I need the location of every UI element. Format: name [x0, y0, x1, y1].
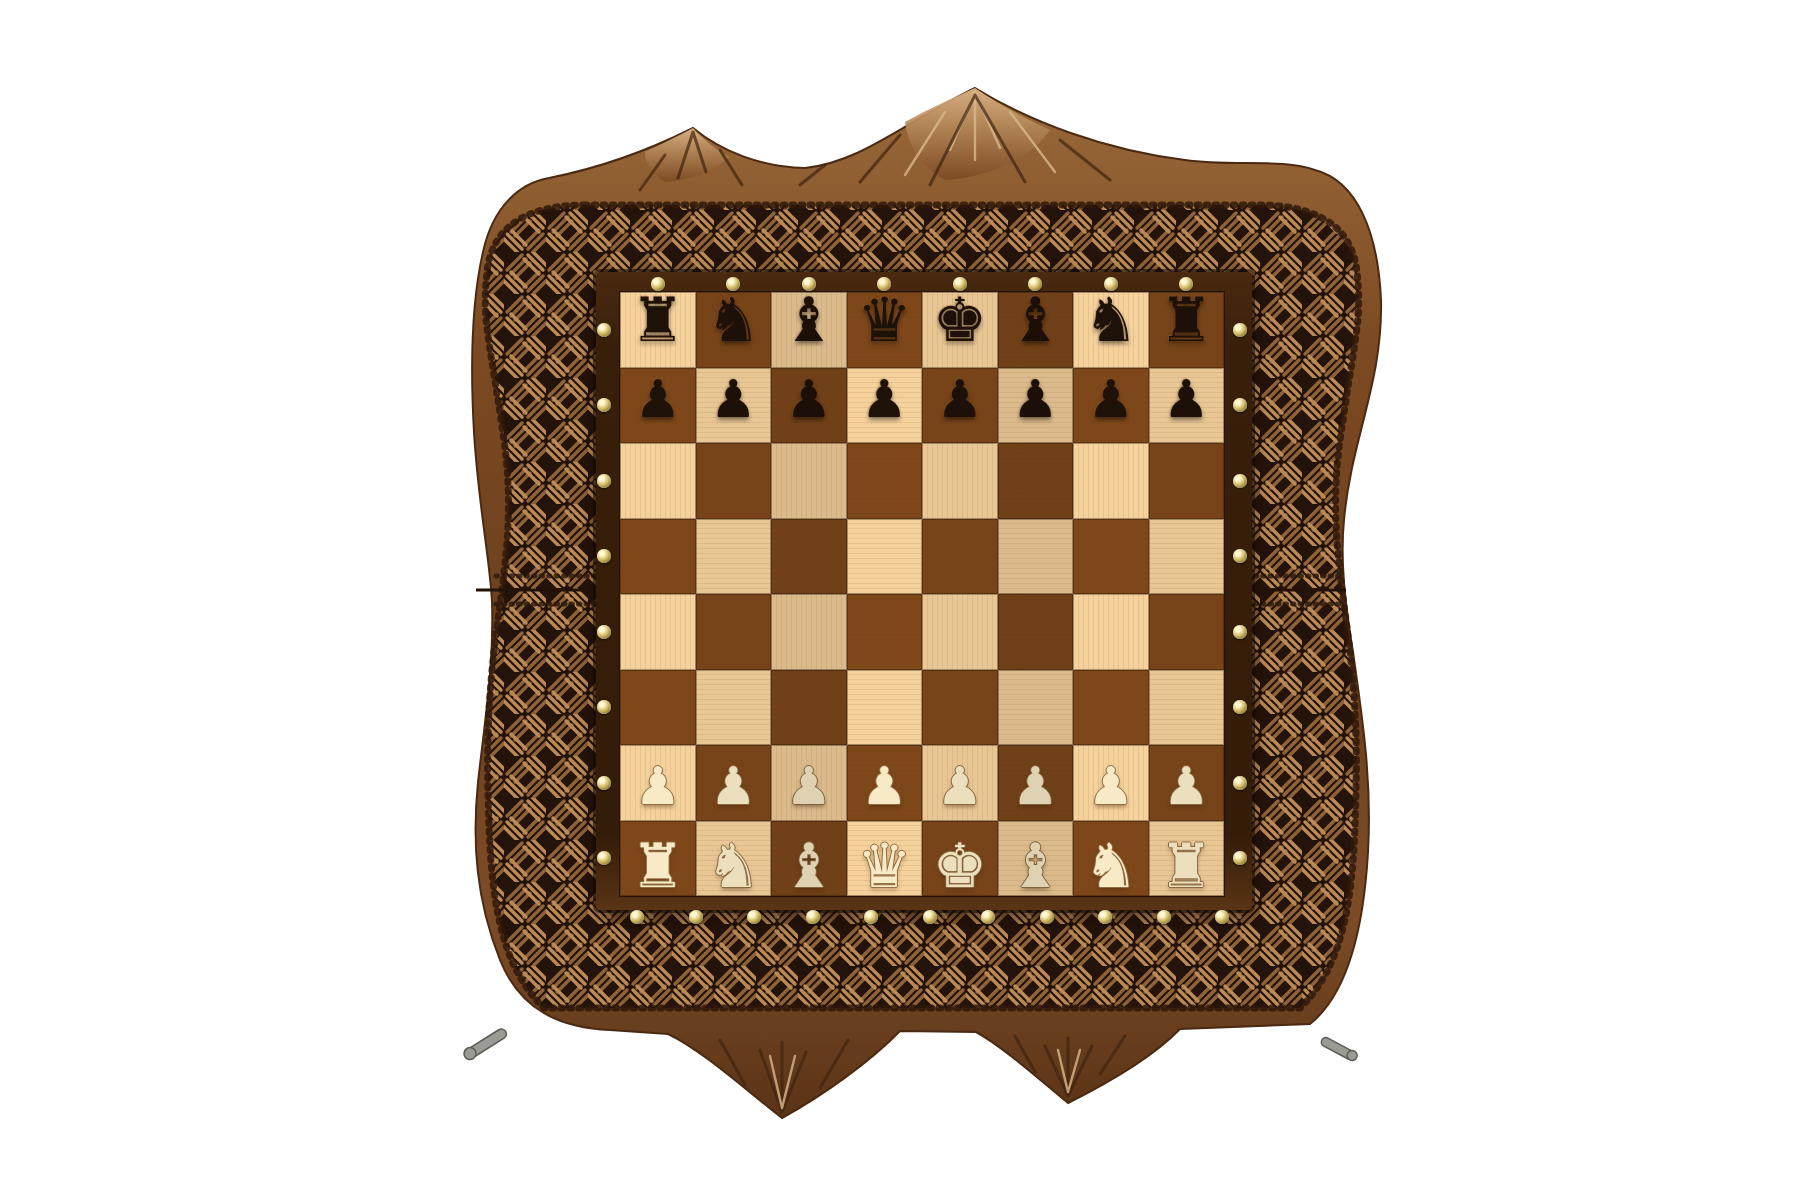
square-g7[interactable]: ♟	[1073, 368, 1149, 444]
brass-stud-icon	[1215, 910, 1229, 924]
square-e6[interactable]	[922, 443, 998, 519]
square-e2[interactable]: ♟	[922, 745, 998, 821]
square-g5[interactable]	[1073, 519, 1149, 595]
square-c6[interactable]	[771, 443, 847, 519]
brass-stud-icon	[806, 910, 820, 924]
square-e4[interactable]	[922, 594, 998, 670]
square-c3[interactable]	[771, 670, 847, 746]
piece-black-pawn[interactable]: ♟	[710, 373, 757, 425]
brass-stud-icon	[597, 398, 611, 412]
square-h2[interactable]: ♟	[1149, 745, 1225, 821]
square-h5[interactable]	[1149, 519, 1225, 595]
piece-white-king[interactable]: ♚	[932, 835, 987, 896]
brass-stud-icon	[981, 910, 995, 924]
brass-stud-icon	[1233, 851, 1247, 865]
square-g1[interactable]: ♞	[1073, 821, 1149, 897]
brass-stud-icon	[597, 474, 611, 488]
piece-white-pawn[interactable]: ♟	[710, 760, 757, 812]
chessboard[interactable]: ♜♞♝♛♚♝♞♜♟♟♟♟♟♟♟♟♟♟♟♟♟♟♟♟♜♞♝♛♚♝♞♜	[620, 292, 1224, 896]
square-c7[interactable]: ♟	[771, 368, 847, 444]
square-c5[interactable]	[771, 519, 847, 595]
brass-stud-icon	[1028, 277, 1042, 291]
square-b2[interactable]: ♟	[696, 745, 772, 821]
brass-stud-icon	[1179, 277, 1193, 291]
brass-stud-icon	[597, 549, 611, 563]
brass-stud-icon	[1233, 398, 1247, 412]
brass-stud-icon	[1233, 700, 1247, 714]
piece-white-queen[interactable]: ♛	[857, 835, 912, 896]
square-h1[interactable]: ♜	[1149, 821, 1225, 897]
piece-black-bishop[interactable]: ♝	[1008, 289, 1063, 350]
piece-white-rook[interactable]: ♜	[1159, 835, 1214, 896]
square-f8[interactable]: ♝	[998, 292, 1074, 368]
square-a5[interactable]	[620, 519, 696, 595]
brass-stud-icon	[1233, 323, 1247, 337]
square-c1[interactable]: ♝	[771, 821, 847, 897]
brass-stud-icon	[1098, 910, 1112, 924]
piece-black-knight[interactable]: ♞	[706, 289, 761, 350]
piece-white-pawn[interactable]: ♟	[634, 760, 681, 812]
square-d2[interactable]: ♟	[847, 745, 923, 821]
brass-stud-icon	[802, 277, 816, 291]
square-e3[interactable]	[922, 670, 998, 746]
piece-white-pawn[interactable]: ♟	[936, 760, 983, 812]
brass-stud-icon	[1233, 474, 1247, 488]
product-photo: ♜♞♝♛♚♝♞♜♟♟♟♟♟♟♟♟♟♟♟♟♟♟♟♟♜♞♝♛♚♝♞♜	[0, 0, 1800, 1200]
piece-white-bishop[interactable]: ♝	[1008, 835, 1063, 896]
square-h7[interactable]: ♟	[1149, 368, 1225, 444]
brass-stud-icon	[877, 277, 891, 291]
piece-black-king[interactable]: ♚	[932, 289, 987, 350]
square-e8[interactable]: ♚	[922, 292, 998, 368]
brass-stud-icon	[597, 851, 611, 865]
square-f2[interactable]: ♟	[998, 745, 1074, 821]
square-b8[interactable]: ♞	[696, 292, 772, 368]
square-a1[interactable]: ♜	[620, 821, 696, 897]
square-g8[interactable]: ♞	[1073, 292, 1149, 368]
brass-stud-icon	[1233, 549, 1247, 563]
brass-stud-icon	[726, 277, 740, 291]
brass-stud-icon	[651, 277, 665, 291]
square-c2[interactable]: ♟	[771, 745, 847, 821]
square-b1[interactable]: ♞	[696, 821, 772, 897]
square-f4[interactable]	[998, 594, 1074, 670]
square-c4[interactable]	[771, 594, 847, 670]
piece-black-queen[interactable]: ♛	[857, 289, 912, 350]
piece-white-pawn[interactable]: ♟	[1163, 760, 1210, 812]
square-h6[interactable]	[1149, 443, 1225, 519]
metal-clasp-left[interactable]	[462, 1026, 509, 1062]
square-e5[interactable]	[922, 519, 998, 595]
brass-stud-icon	[953, 277, 967, 291]
piece-black-pawn[interactable]: ♟	[785, 373, 832, 425]
brass-stud-icon	[1233, 625, 1247, 639]
square-b3[interactable]	[696, 670, 772, 746]
piece-black-pawn[interactable]: ♟	[634, 373, 681, 425]
square-g4[interactable]	[1073, 594, 1149, 670]
piece-black-pawn[interactable]: ♟	[1163, 373, 1210, 425]
piece-white-pawn[interactable]: ♟	[1012, 760, 1059, 812]
square-b5[interactable]	[696, 519, 772, 595]
piece-black-pawn[interactable]: ♟	[1087, 373, 1134, 425]
square-f6[interactable]	[998, 443, 1074, 519]
brass-stud-icon	[597, 323, 611, 337]
piece-white-pawn[interactable]: ♟	[785, 760, 832, 812]
brass-stud-icon	[923, 910, 937, 924]
square-a6[interactable]	[620, 443, 696, 519]
piece-white-knight[interactable]: ♞	[1083, 835, 1138, 896]
square-h3[interactable]	[1149, 670, 1225, 746]
square-g3[interactable]	[1073, 670, 1149, 746]
square-d3[interactable]	[847, 670, 923, 746]
piece-black-pawn[interactable]: ♟	[1012, 373, 1059, 425]
piece-white-rook[interactable]: ♜	[630, 835, 685, 896]
brass-stud-icon	[1233, 776, 1247, 790]
brass-stud-icon	[597, 625, 611, 639]
piece-white-pawn[interactable]: ♟	[861, 760, 908, 812]
square-a8[interactable]: ♜	[620, 292, 696, 368]
brass-stud-icon	[864, 910, 878, 924]
square-a3[interactable]	[620, 670, 696, 746]
square-g2[interactable]: ♟	[1073, 745, 1149, 821]
square-c8[interactable]: ♝	[771, 292, 847, 368]
piece-black-knight[interactable]: ♞	[1083, 289, 1138, 350]
piece-black-pawn[interactable]: ♟	[861, 373, 908, 425]
brass-stud-icon	[747, 910, 761, 924]
square-d6[interactable]	[847, 443, 923, 519]
square-a2[interactable]: ♟	[620, 745, 696, 821]
piece-white-pawn[interactable]: ♟	[1087, 760, 1134, 812]
square-a7[interactable]: ♟	[620, 368, 696, 444]
square-f1[interactable]: ♝	[998, 821, 1074, 897]
square-b7[interactable]: ♟	[696, 368, 772, 444]
piece-black-bishop[interactable]: ♝	[781, 289, 836, 350]
metal-clasp-right[interactable]	[1320, 1035, 1359, 1062]
piece-white-knight[interactable]: ♞	[706, 835, 761, 896]
piece-black-pawn[interactable]: ♟	[936, 373, 983, 425]
piece-black-rook[interactable]: ♜	[1159, 289, 1214, 350]
square-e1[interactable]: ♚	[922, 821, 998, 897]
brass-stud-icon	[1040, 910, 1054, 924]
square-d1[interactable]: ♛	[847, 821, 923, 897]
square-f3[interactable]	[998, 670, 1074, 746]
square-b4[interactable]	[696, 594, 772, 670]
piece-black-rook[interactable]: ♜	[630, 289, 685, 350]
brass-stud-icon	[689, 910, 703, 924]
square-f5[interactable]	[998, 519, 1074, 595]
square-g6[interactable]	[1073, 443, 1149, 519]
square-e7[interactable]: ♟	[922, 368, 998, 444]
brass-stud-icon	[1104, 277, 1118, 291]
square-d7[interactable]: ♟	[847, 368, 923, 444]
square-h4[interactable]	[1149, 594, 1225, 670]
square-b6[interactable]	[696, 443, 772, 519]
brass-stud-icon	[630, 910, 644, 924]
square-d4[interactable]	[847, 594, 923, 670]
square-d8[interactable]: ♛	[847, 292, 923, 368]
square-f7[interactable]: ♟	[998, 368, 1074, 444]
square-h8[interactable]: ♜	[1149, 292, 1225, 368]
brass-stud-icon	[597, 776, 611, 790]
square-a4[interactable]	[620, 594, 696, 670]
brass-stud-icon	[597, 700, 611, 714]
piece-white-bishop[interactable]: ♝	[781, 835, 836, 896]
square-d5[interactable]	[847, 519, 923, 595]
brass-stud-icon	[1157, 910, 1171, 924]
